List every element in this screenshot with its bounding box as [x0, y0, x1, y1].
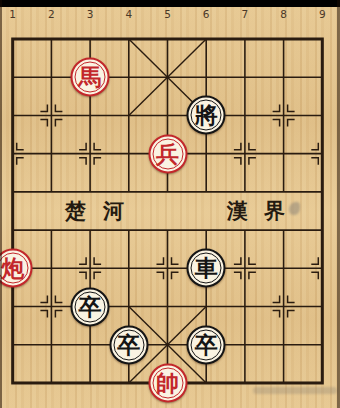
piece-glyph: 馬 [79, 66, 102, 89]
piece-glyph: 卒 [79, 295, 102, 318]
piece-black-chariot[interactable]: 車 [187, 249, 226, 288]
piece-black-general[interactable]: 將 [187, 96, 226, 135]
piece-glyph: 炮 [1, 257, 24, 280]
river-label-right: 漢界 [227, 199, 285, 223]
screen-edge-shadow [0, 0, 2, 408]
piece-glyph: 帥 [156, 371, 179, 394]
piece-red-general[interactable]: 帥 [148, 363, 187, 402]
piece-black-soldier[interactable]: 卒 [187, 325, 226, 364]
xiangqi-screenshot: { "game": "xiangqi", "position": { "fen"… [0, 0, 340, 408]
piece-glyph: 卒 [195, 333, 218, 356]
river-label-left: 楚河 [65, 199, 124, 223]
piece-black-soldier[interactable]: 卒 [109, 325, 148, 364]
piece-black-soldier[interactable]: 卒 [71, 287, 110, 326]
piece-red-horse[interactable]: 馬 [71, 58, 110, 97]
piece-glyph: 兵 [156, 142, 179, 165]
piece-red-soldier[interactable]: 兵 [148, 134, 187, 173]
piece-glyph: 車 [195, 257, 218, 280]
board-grid[interactable] [0, 0, 340, 408]
piece-glyph: 卒 [117, 333, 140, 356]
piece-glyph: 將 [195, 104, 218, 127]
